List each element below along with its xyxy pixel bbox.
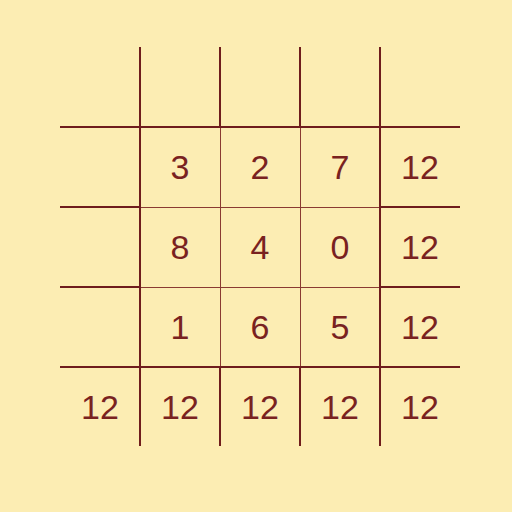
grid-line-horizontal-3-inner xyxy=(141,287,380,288)
empty-cell xyxy=(380,47,460,127)
column-sum-cell-1: 12 xyxy=(140,367,220,446)
grid-line-vertical-3-top xyxy=(299,47,301,128)
grid-line-vertical-2-top xyxy=(219,47,221,128)
magic-cell-r2c1: 8 xyxy=(140,207,220,287)
grid-line-vertical-1 xyxy=(139,47,141,446)
grid-line-horizontal-2-left xyxy=(60,206,141,208)
grid-line-horizontal-3-left xyxy=(60,286,141,288)
board-grid: 3 2 7 12 8 4 0 12 1 6 5 12 12 12 12 12 1… xyxy=(60,47,460,446)
empty-cell xyxy=(220,47,300,127)
magic-cell-r2c3: 0 xyxy=(300,207,380,287)
grid-line-horizontal-2-right xyxy=(379,206,460,208)
grid-line-vertical-3-bottom xyxy=(299,366,301,446)
magic-cell-r1c3: 7 xyxy=(300,127,380,207)
row-sum-cell-1: 12 xyxy=(380,127,460,207)
empty-cell xyxy=(60,287,140,367)
puzzle-screen: 3 2 7 12 8 4 0 12 1 6 5 12 12 12 12 12 1… xyxy=(0,0,512,512)
corner-cell xyxy=(60,47,140,127)
diagonal-sum-cell-right: 12 xyxy=(380,367,460,446)
magic-cell-r1c2: 2 xyxy=(220,127,300,207)
magic-cell-r1c1: 3 xyxy=(140,127,220,207)
grid-line-horizontal-4 xyxy=(60,366,460,368)
row-sum-cell-2: 12 xyxy=(380,207,460,287)
empty-cell xyxy=(60,207,140,287)
grid-line-vertical-2-inner xyxy=(220,128,221,367)
grid-line-horizontal-3-right xyxy=(379,286,460,288)
magic-cell-r2c2: 4 xyxy=(220,207,300,287)
empty-cell xyxy=(300,47,380,127)
magic-cell-r3c1: 1 xyxy=(140,287,220,367)
row-sum-cell-3: 12 xyxy=(380,287,460,367)
magic-cell-r3c2: 6 xyxy=(220,287,300,367)
grid-line-vertical-2-bottom xyxy=(219,366,221,446)
empty-cell xyxy=(140,47,220,127)
empty-cell xyxy=(60,127,140,207)
column-sum-cell-2: 12 xyxy=(220,367,300,446)
grid-line-vertical-3-inner xyxy=(300,128,301,367)
column-sum-cell-3: 12 xyxy=(300,367,380,446)
magic-square-board: 3 2 7 12 8 4 0 12 1 6 5 12 12 12 12 12 1… xyxy=(60,47,460,446)
grid-line-horizontal-2-inner xyxy=(141,207,380,208)
magic-cell-r3c3: 5 xyxy=(300,287,380,367)
grid-line-horizontal-1 xyxy=(60,126,460,128)
diagonal-sum-cell-left: 12 xyxy=(60,367,140,446)
grid-line-vertical-4 xyxy=(379,47,381,446)
